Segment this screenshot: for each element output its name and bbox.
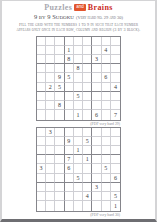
sudoku2-cell-r7c5 [74,183,83,192]
sudoku1-cell-r5c2 [46,73,55,82]
sudoku2-cell-r6c8 [102,174,111,183]
sudoku1-cell-r2c9 [111,46,120,55]
sudoku2-cell-r3c2 [46,146,55,155]
sudoku2-cell-r1c5 [74,128,83,137]
sudoku1-cell-r2c4: 1 [65,46,74,55]
sudoku2-cell-r9c7 [92,201,101,210]
sudoku1-cell-r9c1 [37,110,46,119]
sudoku1-cell-r8c3: 8 [55,101,64,110]
sudoku1-cell-r2c7 [92,46,101,55]
sudoku2-cell-r5c3 [55,164,64,173]
sudoku1-cell-r2c8: 4 [102,46,111,55]
sudoku1-cell-r2c5 [74,46,83,55]
sudoku2-cell-r2c8 [102,137,111,146]
logo-puzzles-text: Puzzles [44,3,72,12]
sudoku2-cell-r8c6: 4 [83,192,92,201]
copyright-text: copyright [43,219,59,223]
sudoku1-cell-r3c7: 3 [92,55,101,64]
sudoku1-cell-r4c2 [46,64,55,73]
sudoku1-cell-r6c1 [37,83,46,92]
puzzle-2-caption: (PDF very hard 30) [36,213,121,217]
sudoku2-cell-r2c6: 5 [83,137,92,146]
sudoku1-cell-r8c4 [65,101,74,110]
sudoku2-cell-r6c9: 6 [111,174,120,183]
puzzle-1-caption: (PDF very hard 29) [36,122,121,126]
sudoku1-cell-r8c6 [83,101,92,110]
sudoku2-cell-r4c4: 7 [65,155,74,164]
sudoku1-cell-r9c5: 1 [74,110,83,119]
sudoku2-cell-r8c4 [65,192,74,201]
sudoku2-cell-r1c4 [65,128,74,137]
sudoku2-cell-r2c4: 9 [65,137,74,146]
sudoku2-cell-r3c9 [111,146,120,155]
sudoku2-cell-r5c5 [74,164,83,173]
sudoku1-cell-r7c1 [37,92,46,101]
sudoku2-cell-r1c6 [83,128,92,137]
sudoku1-cell-r7c5: 5 [74,92,83,101]
sudoku1-cell-r1c8 [102,37,111,46]
sudoku1-cell-r9c7: 6 [92,110,101,119]
sudoku1-cell-r1c2 [46,37,55,46]
sudoku2-cell-r8c2 [46,192,55,201]
sudoku1-cell-r5c8: 6 [102,73,111,82]
sudoku2-cell-r8c5 [74,192,83,201]
page-title: 9 by 9 Sudoku (Very hard no. 29 and 30) [34,13,123,20]
sudoku2-cell-r3c6 [83,146,92,155]
sudoku2-cell-r9c3 [55,201,64,210]
sudoku2-cell-r7c6 [83,183,92,192]
sudoku2-cell-r3c7 [92,146,101,155]
title-main: 9 by 9 Sudoku [34,13,74,20]
sudoku1-cell-r7c4 [65,92,74,101]
sudoku1-cell-r2c1 [37,46,46,55]
sudoku1-cell-r7c7 [92,92,101,101]
sudoku2-cell-r6c4 [65,174,74,183]
sudoku1-cell-r5c3: 9 [55,73,64,82]
sudoku2-cell-r7c1 [37,183,46,192]
sudoku2-cell-r2c7 [92,137,101,146]
sudoku1-cell-r7c2 [46,92,55,101]
sudoku1-cell-r5c7 [92,73,101,82]
sudoku2-cell-r8c1 [37,192,46,201]
sudoku2-cell-r4c2 [46,155,55,164]
sudoku2-cell-r3c5: 1 [74,146,83,155]
sudoku2-cell-r5c4: 6 [65,164,74,173]
sudoku1-cell-r9c8 [102,110,111,119]
sudoku2-cell-r5c9 [111,164,120,173]
site-logo: Puzzles and Brains [44,3,113,12]
sudoku2-cell-r4c5 [74,155,83,164]
sudoku1-cell-r4c5: 8 [74,64,83,73]
sudoku1-cell-r4c3 [55,64,64,73]
instructions: Fill the grid with the numbers 1 to 9 in… [16,22,140,33]
sudoku2-cell-r4c6: 1 [83,155,92,164]
sudoku1-cell-r4c4 [65,64,74,73]
sudoku1-cell-r2c3 [55,46,64,55]
sudoku1-cell-r7c9 [111,92,120,101]
sudoku1-cell-r1c5 [74,37,83,46]
sudoku1-cell-r5c6 [83,73,92,82]
sudoku2-cell-r1c1 [37,128,46,137]
sudoku2-cell-r5c8: 5 [102,164,111,173]
sudoku1-cell-r5c9 [111,73,120,82]
sudoku2-cell-r3c1 [37,146,46,155]
sudoku1-cell-r3c6 [83,55,92,64]
sudoku2-cell-r1c3 [55,128,64,137]
sudoku1-cell-r9c6 [83,110,92,119]
sudoku2-cell-r7c7: 3 [92,183,101,192]
sudoku1-cell-r8c1 [37,101,46,110]
sudoku2-cell-r2c9 [111,137,120,146]
sudoku1-cell-r3c9 [111,55,120,64]
sudoku-grid-1: 1483895625458167 [36,36,121,121]
sudoku2-cell-r9c9: 1 [111,201,120,210]
sudoku1-cell-r4c9 [111,64,120,73]
sudoku2-cell-r1c8 [102,128,111,137]
sudoku-grid-2: 395171365563451 [36,127,121,212]
sudoku1-cell-r8c7 [92,101,101,110]
sudoku1-cell-r1c4 [65,37,74,46]
sudoku2-cell-r6c2 [46,174,55,183]
sudoku2-cell-r7c4 [65,183,74,192]
sudoku2-cell-r5c2 [46,164,55,173]
sudoku2-cell-r1c9 [111,128,120,137]
sudoku2-cell-r7c9 [111,183,120,192]
sudoku2-cell-r6c6 [83,174,92,183]
sudoku1-cell-r3c4: 8 [65,55,74,64]
sudoku1-cell-r7c6 [83,92,92,101]
sudoku1-cell-r6c9: 4 [111,83,120,92]
sudoku1-cell-r6c4 [65,83,74,92]
sudoku1-cell-r3c2 [46,55,55,64]
sudoku2-cell-r6c3 [55,174,64,183]
sudoku1-cell-r8c8 [102,101,111,110]
sudoku2-cell-r2c5 [74,137,83,146]
sudoku2-cell-r2c1 [37,137,46,146]
sudoku1-cell-r8c2 [46,101,55,110]
sudoku1-cell-r3c8 [102,55,111,64]
sudoku2-cell-r9c2 [46,201,55,210]
sudoku1-cell-r3c5 [74,55,83,64]
sudoku2-cell-r5c6 [83,164,92,173]
logo-and-badge: and [74,4,86,12]
sudoku1-cell-r2c2 [46,46,55,55]
sudoku1-cell-r5c5 [74,73,83,82]
sudoku2-cell-r7c3 [55,183,64,192]
website-url: www.puzzlesandbrains.com [65,219,114,223]
sudoku1-cell-r3c3 [55,55,64,64]
sudoku1-cell-r4c8 [102,64,111,73]
sudoku1-cell-r1c9 [111,37,120,46]
sudoku2-cell-r2c2 [46,137,55,146]
sudoku1-cell-r6c2: 2 [46,83,55,92]
sudoku1-cell-r1c1 [37,37,46,46]
sudoku1-cell-r9c4 [65,110,74,119]
sudoku1-cell-r4c1 [37,64,46,73]
page-footer: copyright www.puzzlesandbrains.com [43,219,115,223]
puzzle-1: 1483895625458167 (PDF very hard 29) [36,36,121,126]
sudoku2-cell-r9c8 [102,201,111,210]
sudoku2-cell-r8c3 [55,192,64,201]
puzzle-page: Puzzles and Brains 9 by 9 Sudoku (Very h… [0,0,157,222]
sudoku2-cell-r4c9 [111,155,120,164]
sudoku2-cell-r5c7 [92,164,101,173]
sudoku1-cell-r2c6 [83,46,92,55]
sudoku1-cell-r1c7 [92,37,101,46]
sudoku2-cell-r9c5 [74,201,83,210]
sudoku2-cell-r2c3 [55,137,64,146]
instructions-line-2: appears only once in each row, column an… [16,27,140,32]
sudoku1-cell-r6c5 [74,83,83,92]
sudoku2-cell-r6c5: 5 [74,174,83,183]
title-sub: (Very hard no. 29 and 30) [76,15,123,20]
sudoku1-cell-r4c6 [83,64,92,73]
sudoku2-cell-r3c8 [102,146,111,155]
sudoku2-cell-r5c1: 3 [37,164,46,173]
sudoku1-cell-r5c4: 5 [65,73,74,82]
sudoku1-cell-r9c2 [46,110,55,119]
sudoku2-cell-r8c8 [102,192,111,201]
sudoku2-cell-r1c7 [92,128,101,137]
sudoku2-cell-r7c8 [102,183,111,192]
sudoku2-cell-r4c1 [37,155,46,164]
sudoku1-cell-r6c3: 5 [55,83,64,92]
logo-brains-text: Brains [88,3,113,12]
sudoku2-cell-r3c4 [65,146,74,155]
puzzle-2: 395171365563451 (PDF very hard 30) [36,127,121,217]
sudoku2-cell-r9c6 [83,201,92,210]
sudoku1-cell-r8c5 [74,101,83,110]
sudoku2-cell-r8c7 [92,192,101,201]
sudoku2-cell-r1c2: 3 [46,128,55,137]
sudoku2-cell-r8c9: 5 [111,192,120,201]
sudoku2-cell-r4c8 [102,155,111,164]
sudoku1-cell-r3c1 [37,55,46,64]
sudoku1-cell-r7c3 [55,92,64,101]
sudoku2-cell-r4c3 [55,155,64,164]
sudoku2-cell-r9c1 [37,201,46,210]
sudoku2-cell-r6c1 [37,174,46,183]
sudoku2-cell-r6c7 [92,174,101,183]
sudoku1-cell-r4c7 [92,64,101,73]
sudoku1-cell-r5c1 [37,73,46,82]
sudoku2-cell-r4c7 [92,155,101,164]
sudoku1-cell-r6c6 [83,83,92,92]
sudoku1-cell-r1c3 [55,37,64,46]
sudoku1-cell-r8c9 [111,101,120,110]
sudoku1-cell-r9c9: 7 [111,110,120,119]
sudoku2-cell-r7c2 [46,183,55,192]
sudoku2-cell-r3c3 [55,146,64,155]
sudoku1-cell-r6c8 [102,83,111,92]
sudoku1-cell-r6c7 [92,83,101,92]
sudoku1-cell-r7c8 [102,92,111,101]
sudoku2-cell-r9c4 [65,201,74,210]
sudoku1-cell-r1c6 [83,37,92,46]
sudoku1-cell-r9c3 [55,110,64,119]
